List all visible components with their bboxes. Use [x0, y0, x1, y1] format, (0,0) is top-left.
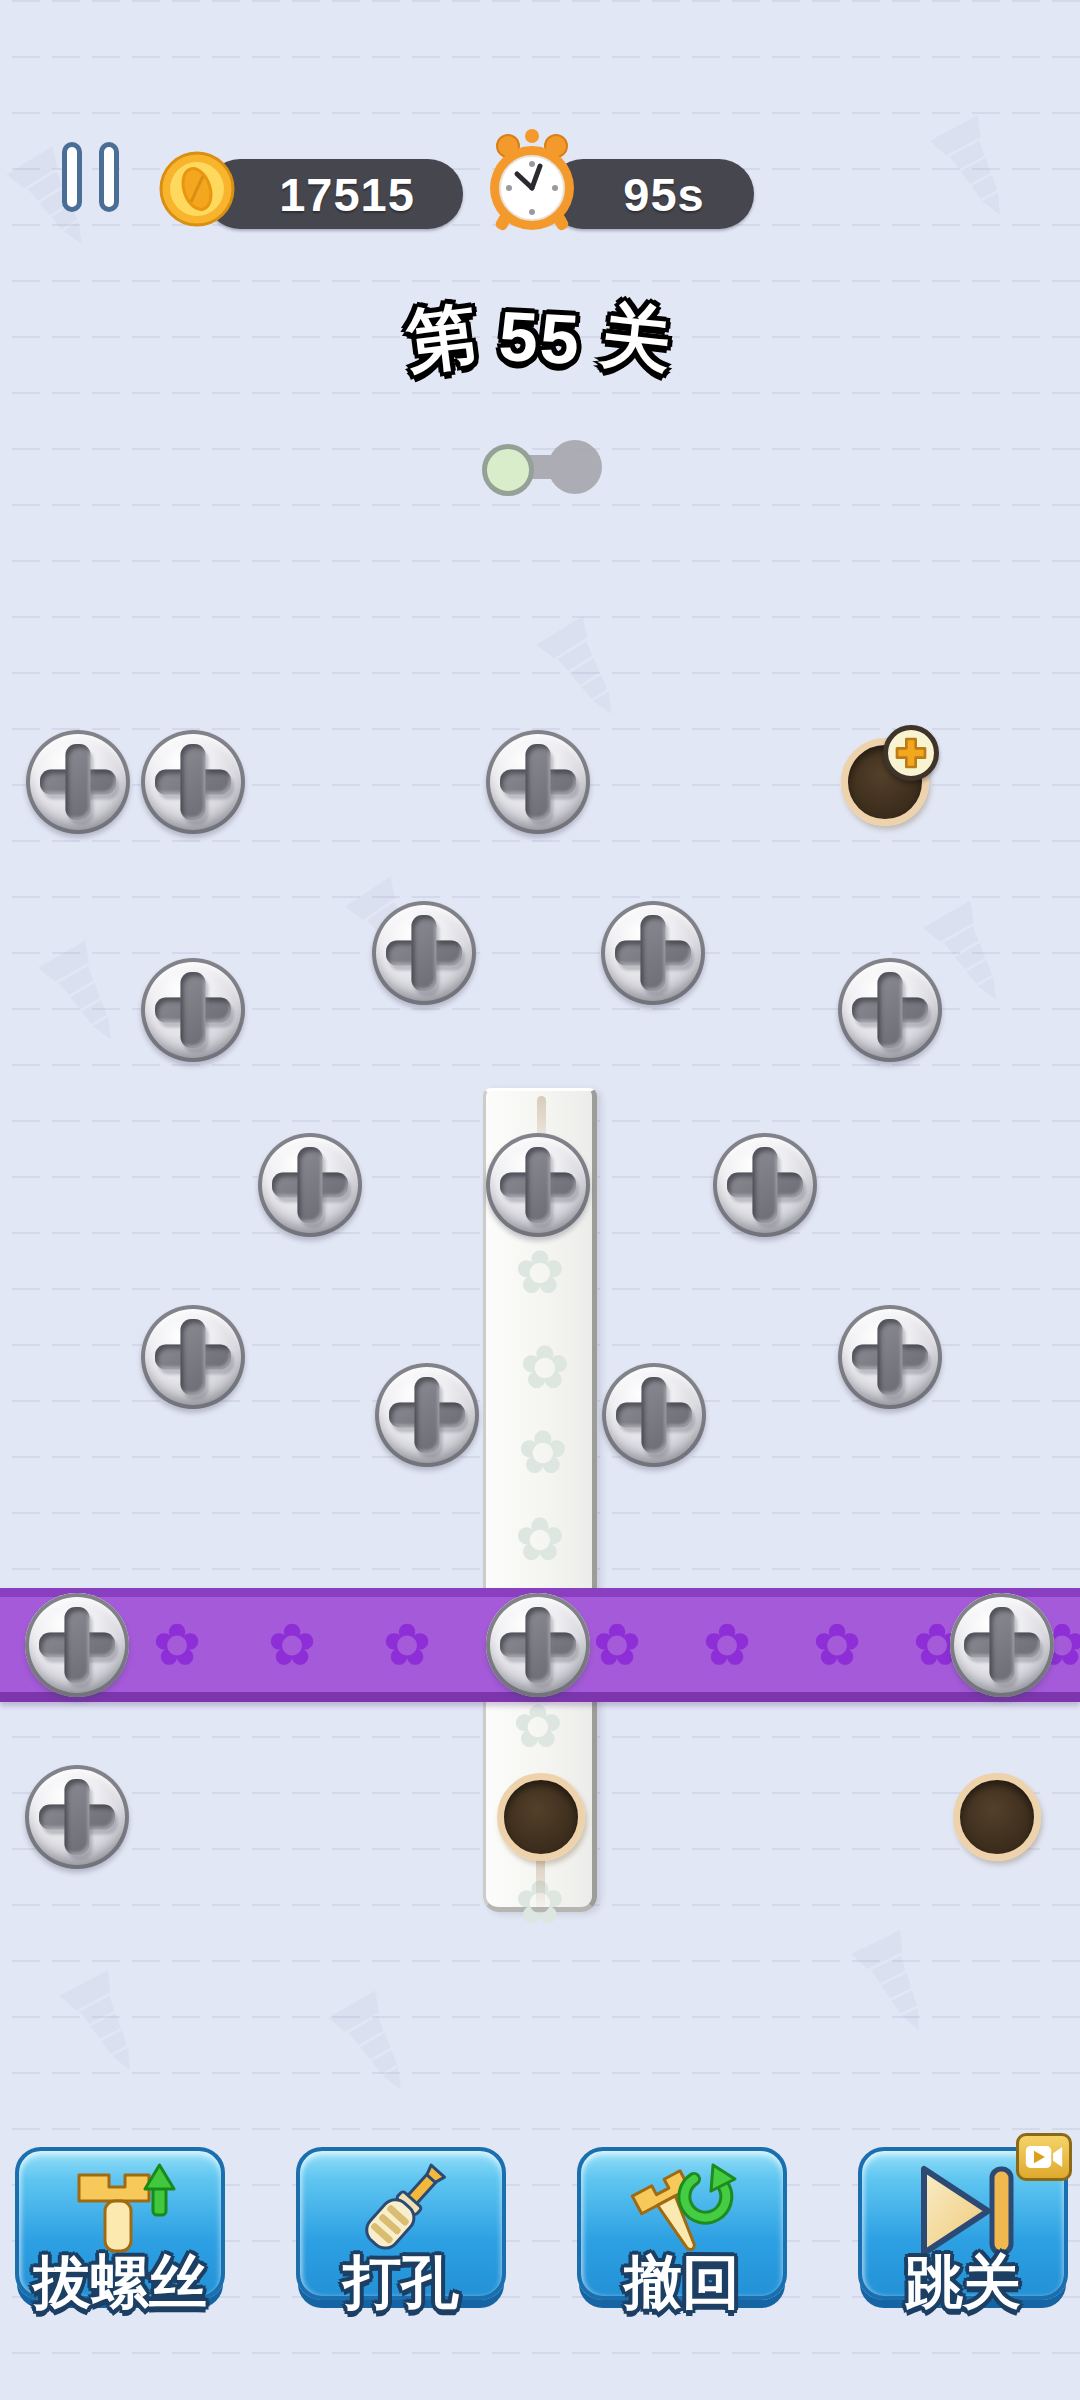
punch-hole-button[interactable]: 打孔	[296, 2147, 506, 2300]
skip-level-button[interactable]: 跳关	[858, 2147, 1068, 2300]
plank-flower-watermark: ✿	[515, 1510, 565, 1570]
screw[interactable]	[258, 1133, 362, 1237]
screw[interactable]	[375, 1363, 479, 1467]
game-screen: 17515 95s 第55关	[0, 0, 1080, 2400]
gold-screw-indicator[interactable]	[883, 725, 939, 781]
plus-screw-icon	[893, 735, 929, 771]
coin-counter: 17515	[205, 159, 463, 229]
undo-button[interactable]: 撤回	[577, 2147, 787, 2300]
toggle-knob-on	[482, 444, 534, 496]
pull-screw-button[interactable]: 拔螺丝	[15, 2147, 225, 2300]
tool-label: 打孔	[343, 2244, 459, 2322]
screw[interactable]	[486, 1593, 590, 1697]
tool-label: 撤回	[624, 2244, 740, 2322]
screw[interactable]	[601, 901, 705, 1005]
toggle-knob-off	[548, 440, 602, 494]
video-camera-icon	[1024, 2142, 1064, 2172]
time-remaining: 95s	[597, 167, 704, 222]
pause-button[interactable]	[62, 142, 124, 214]
sakura-flower: ✿	[153, 1616, 202, 1674]
pause-icon	[62, 142, 82, 212]
sakura-flower: ✿	[703, 1616, 752, 1674]
plank-flower-watermark: ✿	[518, 1423, 568, 1483]
sakura-flower: ✿	[593, 1616, 642, 1674]
pause-icon	[99, 142, 119, 212]
screw-hole[interactable]	[953, 1773, 1041, 1861]
coin-icon	[158, 150, 236, 228]
plank-stain	[536, 1856, 545, 1912]
level-progress-toggle	[482, 436, 602, 496]
screw[interactable]	[25, 1593, 129, 1697]
screw[interactable]	[950, 1593, 1054, 1697]
sakura-flower: ✿	[813, 1616, 862, 1674]
sakura-flower: ✿	[383, 1616, 432, 1674]
tool-label: 跳关	[905, 2244, 1021, 2322]
ad-video-badge	[1016, 2133, 1072, 2181]
plank-flower-watermark: ✿	[520, 1338, 570, 1398]
screw[interactable]	[141, 730, 245, 834]
screw[interactable]	[141, 958, 245, 1062]
tool-label: 拔螺丝	[33, 2244, 207, 2322]
coin-count: 17515	[253, 167, 415, 222]
hud: 17515 95s	[0, 0, 1080, 260]
plank-flower-watermark: ✿	[515, 1243, 565, 1303]
level-title: 第55关	[0, 292, 1080, 386]
screw[interactable]	[838, 958, 942, 1062]
screw[interactable]	[486, 730, 590, 834]
plank-flower-watermark: ✿	[513, 1697, 563, 1757]
screw[interactable]	[25, 1765, 129, 1869]
screw[interactable]	[486, 1133, 590, 1237]
screw[interactable]	[838, 1305, 942, 1409]
screw-hole[interactable]	[497, 1773, 585, 1861]
screw[interactable]	[372, 901, 476, 1005]
alarm-clock-icon	[481, 126, 583, 240]
screw[interactable]	[26, 730, 130, 834]
screw[interactable]	[713, 1133, 817, 1237]
screw[interactable]	[141, 1305, 245, 1409]
sakura-flower: ✿	[268, 1616, 317, 1674]
screw[interactable]	[602, 1363, 706, 1467]
